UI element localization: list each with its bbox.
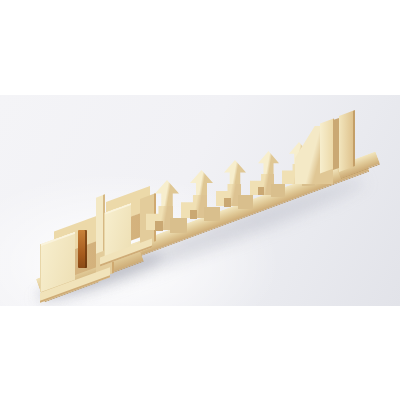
clip-unit-4 [250, 151, 286, 201]
clip3-notch [224, 198, 231, 207]
clip4-notch [258, 187, 264, 195]
product-photo [0, 0, 400, 400]
end-fin-right [339, 110, 355, 172]
clip-unit-3 [216, 160, 254, 212]
studio-backdrop [0, 95, 400, 306]
clip2-notch [190, 210, 197, 219]
clip1-notch [155, 221, 163, 231]
end-fin-pair [318, 113, 358, 175]
box1-orange-slot-insert [78, 230, 87, 268]
clip-unit-2 [181, 170, 221, 224]
end-fin-left [320, 118, 334, 173]
